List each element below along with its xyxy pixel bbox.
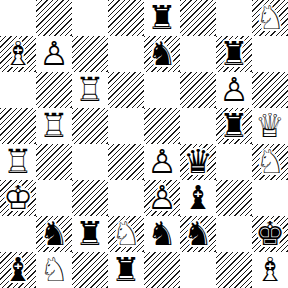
square-a6[interactable] bbox=[0, 72, 36, 108]
square-d3[interactable] bbox=[108, 180, 144, 216]
piece-glyph: ♙ bbox=[144, 180, 180, 216]
white-knight-h8: ♞♘ bbox=[252, 0, 288, 36]
square-b4[interactable] bbox=[36, 144, 72, 180]
square-c1[interactable] bbox=[72, 252, 108, 288]
square-c4[interactable] bbox=[72, 144, 108, 180]
piece-glyph: ♙ bbox=[216, 72, 252, 108]
black-knight-f2: ♞♞ bbox=[180, 216, 216, 252]
square-d7[interactable] bbox=[108, 36, 144, 72]
square-d5[interactable] bbox=[108, 108, 144, 144]
square-e2[interactable]: ♞♞ bbox=[144, 216, 180, 252]
square-g3[interactable] bbox=[216, 180, 252, 216]
piece-glyph: ♙ bbox=[144, 144, 180, 180]
black-knight-e2: ♞♞ bbox=[144, 216, 180, 252]
square-b7[interactable]: ♟♙ bbox=[36, 36, 72, 72]
square-e5[interactable] bbox=[144, 108, 180, 144]
square-c3[interactable] bbox=[72, 180, 108, 216]
square-a5[interactable] bbox=[0, 108, 36, 144]
piece-glyph: ♜ bbox=[72, 216, 108, 252]
square-f6[interactable] bbox=[180, 72, 216, 108]
square-c5[interactable] bbox=[72, 108, 108, 144]
square-f5[interactable] bbox=[180, 108, 216, 144]
white-rook-c6: ♜♖ bbox=[72, 72, 108, 108]
square-g7[interactable]: ♜♜ bbox=[216, 36, 252, 72]
square-h7[interactable] bbox=[252, 36, 288, 72]
black-rook-c2: ♜♜ bbox=[72, 216, 108, 252]
white-queen-h5: ♛♕ bbox=[252, 108, 288, 144]
white-bishop-h1: ♝♗ bbox=[252, 252, 288, 288]
square-h6[interactable] bbox=[252, 72, 288, 108]
square-g5[interactable]: ♜♜ bbox=[216, 108, 252, 144]
piece-glyph: ♘ bbox=[108, 216, 144, 252]
piece-glyph: ♗ bbox=[0, 36, 36, 72]
white-knight-b1: ♞♘ bbox=[36, 252, 72, 288]
square-a1[interactable]: ♝♝ bbox=[0, 252, 36, 288]
piece-glyph: ♖ bbox=[72, 72, 108, 108]
piece-glyph: ♜ bbox=[216, 108, 252, 144]
black-rook-e8: ♜♜ bbox=[144, 0, 180, 36]
square-c7[interactable] bbox=[72, 36, 108, 72]
square-f3[interactable]: ♝♝ bbox=[180, 180, 216, 216]
black-rook-g7: ♜♜ bbox=[216, 36, 252, 72]
piece-glyph: ♜ bbox=[216, 36, 252, 72]
square-f8[interactable] bbox=[180, 0, 216, 36]
piece-glyph: ♜ bbox=[108, 252, 144, 288]
square-h2[interactable]: ♚♚ bbox=[252, 216, 288, 252]
square-c6[interactable]: ♜♖ bbox=[72, 72, 108, 108]
square-d4[interactable] bbox=[108, 144, 144, 180]
piece-glyph: ♘ bbox=[36, 252, 72, 288]
piece-glyph: ♝ bbox=[0, 252, 36, 288]
white-king-a3: ♚♔ bbox=[0, 180, 36, 216]
white-rook-b5: ♜♖ bbox=[36, 108, 72, 144]
piece-glyph: ♞ bbox=[180, 216, 216, 252]
piece-glyph: ♔ bbox=[0, 180, 36, 216]
square-e6[interactable] bbox=[144, 72, 180, 108]
square-d2[interactable]: ♞♘ bbox=[108, 216, 144, 252]
chess-board: ♜♜♞♘♝♗♟♙♞♞♜♜♜♖♟♙♜♖♜♜♛♕♜♖♟♙♛♛♞♘♚♔♟♙♝♝♞♞♜♜… bbox=[0, 0, 288, 288]
square-a8[interactable] bbox=[0, 0, 36, 36]
white-pawn-g6: ♟♙ bbox=[216, 72, 252, 108]
black-rook-g5: ♜♜ bbox=[216, 108, 252, 144]
black-knight-b2: ♞♞ bbox=[36, 216, 72, 252]
piece-glyph: ♖ bbox=[36, 108, 72, 144]
square-h1[interactable]: ♝♗ bbox=[252, 252, 288, 288]
square-c8[interactable] bbox=[72, 0, 108, 36]
square-e3[interactable]: ♟♙ bbox=[144, 180, 180, 216]
square-g1[interactable] bbox=[216, 252, 252, 288]
square-h3[interactable] bbox=[252, 180, 288, 216]
square-g6[interactable]: ♟♙ bbox=[216, 72, 252, 108]
black-bishop-f3: ♝♝ bbox=[180, 180, 216, 216]
square-a2[interactable] bbox=[0, 216, 36, 252]
square-b5[interactable]: ♜♖ bbox=[36, 108, 72, 144]
square-g4[interactable] bbox=[216, 144, 252, 180]
square-e8[interactable]: ♜♜ bbox=[144, 0, 180, 36]
piece-glyph: ♚ bbox=[252, 216, 288, 252]
square-e1[interactable] bbox=[144, 252, 180, 288]
piece-glyph: ♜ bbox=[144, 0, 180, 36]
square-a3[interactable]: ♚♔ bbox=[0, 180, 36, 216]
square-h5[interactable]: ♛♕ bbox=[252, 108, 288, 144]
square-e4[interactable]: ♟♙ bbox=[144, 144, 180, 180]
piece-glyph: ♞ bbox=[36, 216, 72, 252]
square-f4[interactable]: ♛♛ bbox=[180, 144, 216, 180]
black-bishop-a1: ♝♝ bbox=[0, 252, 36, 288]
piece-glyph: ♝ bbox=[180, 180, 216, 216]
square-b6[interactable] bbox=[36, 72, 72, 108]
square-d6[interactable] bbox=[108, 72, 144, 108]
square-f7[interactable] bbox=[180, 36, 216, 72]
square-a4[interactable]: ♜♖ bbox=[0, 144, 36, 180]
white-bishop-a7: ♝♗ bbox=[0, 36, 36, 72]
square-d8[interactable] bbox=[108, 0, 144, 36]
black-knight-e7: ♞♞ bbox=[144, 36, 180, 72]
piece-glyph: ♘ bbox=[252, 144, 288, 180]
square-g8[interactable] bbox=[216, 0, 252, 36]
white-rook-a4: ♜♖ bbox=[0, 144, 36, 180]
square-b8[interactable] bbox=[36, 0, 72, 36]
black-king-h2: ♚♚ bbox=[252, 216, 288, 252]
white-pawn-b7: ♟♙ bbox=[36, 36, 72, 72]
piece-glyph: ♞ bbox=[144, 216, 180, 252]
square-b1[interactable]: ♞♘ bbox=[36, 252, 72, 288]
piece-glyph: ♕ bbox=[252, 108, 288, 144]
piece-glyph: ♘ bbox=[252, 0, 288, 36]
white-pawn-e4: ♟♙ bbox=[144, 144, 180, 180]
square-b2[interactable]: ♞♞ bbox=[36, 216, 72, 252]
square-e7[interactable]: ♞♞ bbox=[144, 36, 180, 72]
white-pawn-e3: ♟♙ bbox=[144, 180, 180, 216]
square-b3[interactable] bbox=[36, 180, 72, 216]
square-a7[interactable]: ♝♗ bbox=[0, 36, 36, 72]
square-h8[interactable]: ♞♘ bbox=[252, 0, 288, 36]
white-knight-d2: ♞♘ bbox=[108, 216, 144, 252]
square-f1[interactable] bbox=[180, 252, 216, 288]
white-knight-h4: ♞♘ bbox=[252, 144, 288, 180]
square-g2[interactable] bbox=[216, 216, 252, 252]
black-rook-d1: ♜♜ bbox=[108, 252, 144, 288]
piece-glyph: ♙ bbox=[36, 36, 72, 72]
square-d1[interactable]: ♜♜ bbox=[108, 252, 144, 288]
square-c2[interactable]: ♜♜ bbox=[72, 216, 108, 252]
chess-diagram: ♜♜♞♘♝♗♟♙♞♞♜♜♜♖♟♙♜♖♜♜♛♕♜♖♟♙♛♛♞♘♚♔♟♙♝♝♞♞♜♜… bbox=[0, 0, 288, 288]
piece-glyph: ♖ bbox=[0, 144, 36, 180]
square-f2[interactable]: ♞♞ bbox=[180, 216, 216, 252]
square-h4[interactable]: ♞♘ bbox=[252, 144, 288, 180]
black-queen-f4: ♛♛ bbox=[180, 144, 216, 180]
piece-glyph: ♞ bbox=[144, 36, 180, 72]
piece-glyph: ♗ bbox=[252, 252, 288, 288]
piece-glyph: ♛ bbox=[180, 144, 216, 180]
